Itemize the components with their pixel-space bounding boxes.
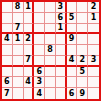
cell-r6c8-given: 2 — [77, 56, 88, 67]
cell-r3c7-empty[interactable] — [67, 24, 78, 35]
cell-r3c5-empty[interactable] — [45, 24, 56, 35]
cell-r4c2-given: 1 — [13, 34, 24, 45]
cell-r7c2-empty[interactable] — [13, 67, 24, 78]
cell-r6c4-empty[interactable] — [34, 56, 45, 67]
cell-r1c8-empty[interactable] — [77, 2, 88, 13]
cell-r1c6-given: 3 — [56, 2, 67, 13]
cell-r9c5-empty[interactable] — [45, 88, 56, 99]
cell-r4c8-empty[interactable] — [77, 34, 88, 45]
cell-r7c3-empty[interactable] — [24, 67, 35, 78]
cell-r6c6-empty[interactable] — [56, 56, 67, 67]
cell-r2c4-empty[interactable] — [34, 13, 45, 24]
cell-r4c9-empty[interactable] — [88, 34, 99, 45]
cell-r3c6-given: 1 — [56, 24, 67, 35]
cell-r8c2-empty[interactable] — [13, 77, 24, 88]
cell-r7c8-given: 5 — [77, 67, 88, 78]
cell-r2c2-empty[interactable] — [13, 13, 24, 24]
cell-r9c4-given: 4 — [34, 88, 45, 99]
cell-r1c4-empty[interactable] — [34, 2, 45, 13]
cell-r9c7-given: 6 — [67, 88, 78, 99]
cell-r6c3-given: 7 — [24, 56, 35, 67]
cell-r4c7-given: 9 — [67, 34, 78, 45]
cell-r9c2-empty[interactable] — [13, 88, 24, 99]
cell-r5c9-empty[interactable] — [88, 45, 99, 56]
cell-r5c3-empty[interactable] — [24, 45, 35, 56]
cell-r6c9-given: 3 — [88, 56, 99, 67]
cell-r8c3-given: 4 — [24, 77, 35, 88]
cell-r6c1-empty[interactable] — [2, 56, 13, 67]
cell-r4c1-given: 4 — [2, 34, 13, 45]
cell-r5c7-empty[interactable] — [67, 45, 78, 56]
cell-r8c1-given: 6 — [2, 77, 13, 88]
cell-r5c4-empty[interactable] — [34, 45, 45, 56]
cell-r2c7-given: 5 — [67, 13, 78, 24]
cell-r9c6-empty[interactable] — [56, 88, 67, 99]
cell-r9c1-given: 7 — [2, 88, 13, 99]
cell-r3c4-empty[interactable] — [34, 24, 45, 35]
cell-r9c9-empty[interactable] — [88, 88, 99, 99]
cell-r5c6-empty[interactable] — [56, 45, 67, 56]
cell-r3c8-empty[interactable] — [77, 24, 88, 35]
cell-r8c5-empty[interactable] — [45, 77, 56, 88]
cell-r4c5-empty[interactable] — [45, 34, 56, 45]
cell-r2c8-empty[interactable] — [77, 13, 88, 24]
cell-r7c1-empty[interactable] — [2, 67, 13, 78]
cell-r8c7-empty[interactable] — [67, 77, 78, 88]
cell-r2c5-empty[interactable] — [45, 13, 56, 24]
cell-r6c2-empty[interactable] — [13, 56, 24, 67]
cell-r8c9-empty[interactable] — [88, 77, 99, 88]
cell-r8c8-empty[interactable] — [77, 77, 88, 88]
cell-r2c9-given: 1 — [88, 13, 99, 24]
cell-r2c6-given: 6 — [56, 13, 67, 24]
cell-r1c9-given: 2 — [88, 2, 99, 13]
cell-r7c9-empty[interactable] — [88, 67, 99, 78]
cell-r2c1-empty[interactable] — [2, 13, 13, 24]
cell-r1c2-given: 8 — [13, 2, 24, 13]
cell-r3c3-empty[interactable] — [24, 24, 35, 35]
cell-r7c6-empty[interactable] — [56, 67, 67, 78]
cell-r8c4-given: 3 — [34, 77, 45, 88]
cell-r1c5-empty[interactable] — [45, 2, 56, 13]
cell-r4c6-empty[interactable] — [56, 34, 67, 45]
cell-r6c7-given: 4 — [67, 56, 78, 67]
cell-r9c3-empty[interactable] — [24, 88, 35, 99]
cell-r3c2-given: 7 — [13, 24, 24, 35]
cell-r3c1-empty[interactable] — [2, 24, 13, 35]
cell-r7c7-empty[interactable] — [67, 67, 78, 78]
cell-r5c8-empty[interactable] — [77, 45, 88, 56]
cell-r1c1-empty[interactable] — [2, 2, 13, 13]
cell-r1c3-given: 1 — [24, 2, 35, 13]
cell-r5c2-empty[interactable] — [13, 45, 24, 56]
cell-r7c4-given: 6 — [34, 67, 45, 78]
cell-r4c3-given: 2 — [24, 34, 35, 45]
cell-r5c5-given: 8 — [45, 45, 56, 56]
cell-r4c4-empty[interactable] — [34, 34, 45, 45]
cell-r9c8-given: 9 — [77, 88, 88, 99]
cell-r6c5-empty[interactable] — [45, 56, 56, 67]
cell-r5c1-empty[interactable] — [2, 45, 13, 56]
cell-r2c3-empty[interactable] — [24, 13, 35, 24]
cell-r3c9-empty[interactable] — [88, 24, 99, 35]
cell-r7c5-empty[interactable] — [45, 67, 56, 78]
sudoku-board: 813265171412987423656437469 — [0, 0, 101, 101]
cell-r1c7-empty[interactable] — [67, 2, 78, 13]
cell-r8c6-empty[interactable] — [56, 77, 67, 88]
